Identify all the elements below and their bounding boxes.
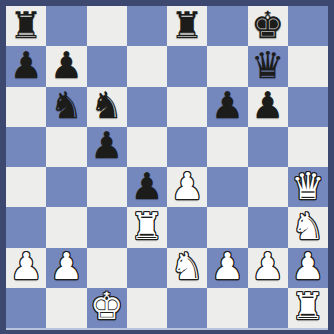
square-h1[interactable]: ♜ bbox=[288, 288, 328, 328]
square-f4[interactable] bbox=[207, 167, 247, 207]
square-e4[interactable]: ♟ bbox=[167, 167, 207, 207]
board-grid: ♜♜♚♟♟♛♞♞♟♟♟♟♟♛♜♞♟♟♞♟♟♟♚♜ bbox=[6, 6, 328, 328]
square-b6[interactable]: ♞ bbox=[46, 87, 86, 127]
square-h2[interactable]: ♟ bbox=[288, 248, 328, 288]
square-f5[interactable] bbox=[207, 127, 247, 167]
square-g5[interactable] bbox=[248, 127, 288, 167]
black-pawn-icon: ♟ bbox=[90, 127, 123, 164]
square-g6[interactable]: ♟ bbox=[248, 87, 288, 127]
square-g2[interactable]: ♟ bbox=[248, 248, 288, 288]
square-a1[interactable] bbox=[6, 288, 46, 328]
square-a4[interactable] bbox=[6, 167, 46, 207]
square-f2[interactable]: ♟ bbox=[207, 248, 247, 288]
white-rook-icon: ♜ bbox=[291, 288, 324, 325]
white-queen-icon: ♛ bbox=[291, 168, 324, 205]
square-d4[interactable]: ♟ bbox=[127, 167, 167, 207]
black-pawn-icon: ♟ bbox=[10, 47, 43, 84]
square-b5[interactable] bbox=[46, 127, 86, 167]
square-e8[interactable]: ♜ bbox=[167, 6, 207, 46]
square-f3[interactable] bbox=[207, 207, 247, 247]
square-c2[interactable] bbox=[87, 248, 127, 288]
square-a3[interactable] bbox=[6, 207, 46, 247]
square-c3[interactable] bbox=[87, 207, 127, 247]
square-h6[interactable] bbox=[288, 87, 328, 127]
square-g8[interactable]: ♚ bbox=[248, 6, 288, 46]
white-pawn-icon: ♟ bbox=[171, 168, 204, 205]
square-c1[interactable]: ♚ bbox=[87, 288, 127, 328]
black-queen-icon: ♛ bbox=[251, 47, 284, 84]
white-pawn-icon: ♟ bbox=[50, 248, 83, 285]
black-king-icon: ♚ bbox=[251, 7, 284, 44]
square-d3[interactable]: ♜ bbox=[127, 207, 167, 247]
square-c4[interactable] bbox=[87, 167, 127, 207]
square-e7[interactable] bbox=[167, 46, 207, 86]
square-a7[interactable]: ♟ bbox=[6, 46, 46, 86]
black-pawn-icon: ♟ bbox=[50, 47, 83, 84]
square-b7[interactable]: ♟ bbox=[46, 46, 86, 86]
square-b3[interactable] bbox=[46, 207, 86, 247]
square-d6[interactable] bbox=[127, 87, 167, 127]
white-rook-icon: ♜ bbox=[130, 208, 163, 245]
white-knight-icon: ♞ bbox=[171, 248, 204, 285]
square-h8[interactable] bbox=[288, 6, 328, 46]
square-e6[interactable] bbox=[167, 87, 207, 127]
square-h5[interactable] bbox=[288, 127, 328, 167]
square-c7[interactable] bbox=[87, 46, 127, 86]
square-d5[interactable] bbox=[127, 127, 167, 167]
square-h3[interactable]: ♞ bbox=[288, 207, 328, 247]
black-rook-icon: ♜ bbox=[171, 7, 204, 44]
chess-board: ♜♜♚♟♟♛♞♞♟♟♟♟♟♛♜♞♟♟♞♟♟♟♚♜ bbox=[0, 0, 334, 334]
square-d2[interactable] bbox=[127, 248, 167, 288]
square-e2[interactable]: ♞ bbox=[167, 248, 207, 288]
square-b2[interactable]: ♟ bbox=[46, 248, 86, 288]
square-f7[interactable] bbox=[207, 46, 247, 86]
white-pawn-icon: ♟ bbox=[211, 248, 244, 285]
square-f1[interactable] bbox=[207, 288, 247, 328]
black-rook-icon: ♜ bbox=[10, 7, 43, 44]
white-pawn-icon: ♟ bbox=[291, 248, 324, 285]
square-c8[interactable] bbox=[87, 6, 127, 46]
square-b4[interactable] bbox=[46, 167, 86, 207]
square-b1[interactable] bbox=[46, 288, 86, 328]
square-g7[interactable]: ♛ bbox=[248, 46, 288, 86]
square-g3[interactable] bbox=[248, 207, 288, 247]
square-a6[interactable] bbox=[6, 87, 46, 127]
square-d8[interactable] bbox=[127, 6, 167, 46]
square-h7[interactable] bbox=[288, 46, 328, 86]
white-knight-icon: ♞ bbox=[291, 208, 324, 245]
square-a2[interactable]: ♟ bbox=[6, 248, 46, 288]
square-d7[interactable] bbox=[127, 46, 167, 86]
square-c5[interactable]: ♟ bbox=[87, 127, 127, 167]
square-a5[interactable] bbox=[6, 127, 46, 167]
black-knight-icon: ♞ bbox=[90, 87, 123, 124]
square-f8[interactable] bbox=[207, 6, 247, 46]
square-e1[interactable] bbox=[167, 288, 207, 328]
white-king-icon: ♚ bbox=[90, 288, 123, 325]
black-knight-icon: ♞ bbox=[50, 87, 83, 124]
square-f6[interactable]: ♟ bbox=[207, 87, 247, 127]
square-b8[interactable] bbox=[46, 6, 86, 46]
black-pawn-icon: ♟ bbox=[130, 168, 163, 205]
square-d1[interactable] bbox=[127, 288, 167, 328]
square-e5[interactable] bbox=[167, 127, 207, 167]
white-pawn-icon: ♟ bbox=[10, 248, 43, 285]
square-g1[interactable] bbox=[248, 288, 288, 328]
white-pawn-icon: ♟ bbox=[251, 248, 284, 285]
square-c6[interactable]: ♞ bbox=[87, 87, 127, 127]
black-pawn-icon: ♟ bbox=[251, 87, 284, 124]
black-pawn-icon: ♟ bbox=[211, 87, 244, 124]
square-a8[interactable]: ♜ bbox=[6, 6, 46, 46]
square-h4[interactable]: ♛ bbox=[288, 167, 328, 207]
square-g4[interactable] bbox=[248, 167, 288, 207]
square-e3[interactable] bbox=[167, 207, 207, 247]
